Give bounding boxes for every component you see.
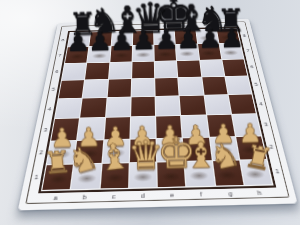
rank-label-1: 1 <box>270 158 286 184</box>
white-rook-a1: ♜ <box>42 163 74 190</box>
file-label-g: g <box>194 23 215 28</box>
rank-label-6: 6 <box>51 63 62 80</box>
piece-glyph: ♜ <box>242 140 276 175</box>
file-label-e: e <box>157 190 187 200</box>
file-label-a: a <box>40 193 71 203</box>
file-label-a: a <box>71 26 92 31</box>
file-labels-bottom: abcdefgh <box>40 188 275 203</box>
piece-glyph: ♟ <box>175 26 198 53</box>
black-pawn-b7: ♟ <box>87 46 111 62</box>
camera-tilt: abcdefgh abcdefgh 87654321 87654321 ♜♞♝♛… <box>0 0 300 225</box>
file-label-d: d <box>133 24 154 29</box>
file-label-b: b <box>69 192 99 202</box>
white-knight-g1: ♞ <box>211 159 243 185</box>
file-label-f: f <box>174 23 195 28</box>
piece-glyph: ♟ <box>197 25 220 52</box>
rank-label-4: 4 <box>44 99 56 119</box>
piece-glyph: ♟ <box>153 26 176 53</box>
black-pawn-c7: ♟ <box>110 46 133 62</box>
file-label-g: g <box>215 188 246 198</box>
white-bishop-c1: ♝ <box>100 162 129 189</box>
black-pawn-a7: ♟ <box>65 47 89 63</box>
rank-label-7: 7 <box>243 43 254 59</box>
white-knight-b1: ♞ <box>71 163 102 190</box>
file-label-f: f <box>186 189 216 199</box>
rank-label-5: 5 <box>48 80 59 99</box>
rank-label-1: 1 <box>29 164 43 190</box>
black-pawn-e7: ♟ <box>154 45 177 61</box>
file-label-d: d <box>128 191 157 201</box>
black-pawn-g7: ♟ <box>197 44 221 60</box>
black-pawn-f7: ♟ <box>175 44 198 60</box>
chess-board: abcdefgh abcdefgh 87654321 87654321 ♜♞♝♛… <box>18 19 298 211</box>
file-label-b: b <box>91 25 112 30</box>
piece-glyph: ♟ <box>88 28 111 55</box>
rank-label-6: 6 <box>246 59 258 76</box>
piece-glyph: ♟ <box>66 28 89 55</box>
black-pawn-d7: ♟ <box>132 45 154 61</box>
white-queen-d1: ♛ <box>129 161 158 187</box>
piece-glyph: ♛ <box>128 135 157 176</box>
perspective-scene: abcdefgh abcdefgh 87654321 87654321 ♜♞♝♛… <box>0 0 300 225</box>
file-label-h: h <box>215 22 237 27</box>
file-label-h: h <box>244 188 275 198</box>
file-label-c: c <box>99 191 129 201</box>
pieces-layer: ♜♞♝♛♚♝♞♜♟♟♟♟♟♟♟♟♟♟♟♟♟♟♟♟♜♞♝♛♚♝♞♜ <box>42 29 272 190</box>
file-label-e: e <box>153 24 174 29</box>
piece-glyph: ♟ <box>132 27 155 54</box>
piece-glyph: ♟ <box>219 25 242 52</box>
rank-label-7: 7 <box>55 47 65 63</box>
piece-glyph: ♜ <box>42 146 72 178</box>
rank-label-4: 4 <box>255 94 268 114</box>
rank-label-5: 5 <box>250 76 262 94</box>
piece-glyph: ♟ <box>110 27 133 54</box>
black-pawn-h7: ♟ <box>218 43 243 59</box>
file-label-c: c <box>112 25 133 30</box>
table-surface: abcdefgh abcdefgh 87654321 87654321 ♜♞♝♛… <box>0 0 300 225</box>
white-rook-h1: ♜ <box>239 159 272 185</box>
